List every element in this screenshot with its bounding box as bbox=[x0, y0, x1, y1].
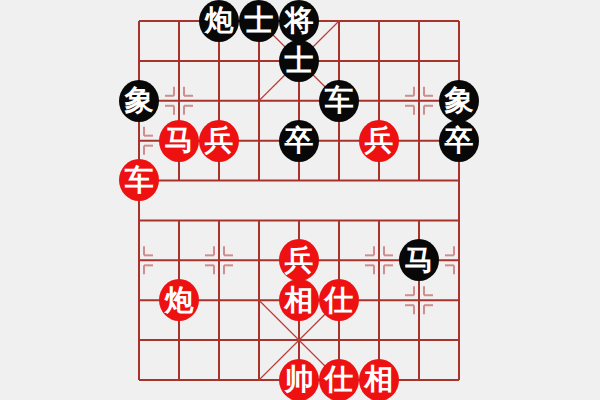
piece-red-pawn[interactable]: 兵 bbox=[359, 120, 399, 162]
piece-red-pawn[interactable]: 兵 bbox=[199, 120, 239, 162]
pieces-layer: 炮士将士象车象马兵卒兵卒车兵马炮相仕帅仕相 bbox=[119, 1, 479, 400]
board-point-4-9: 帅 bbox=[279, 360, 319, 400]
board-point-2-3: 兵 bbox=[199, 121, 239, 161]
piece-black-pawn[interactable]: 卒 bbox=[279, 120, 319, 162]
piece-black-chariot[interactable]: 车 bbox=[319, 80, 359, 122]
piece-red-general[interactable]: 帅 bbox=[279, 359, 319, 400]
piece-red-cannon[interactable]: 炮 bbox=[159, 279, 199, 321]
board-point-1-3: 马 bbox=[159, 121, 199, 161]
piece-black-pawn[interactable]: 卒 bbox=[439, 120, 479, 162]
piece-red-pawn[interactable]: 兵 bbox=[279, 239, 319, 281]
board-point-4-6: 兵 bbox=[279, 240, 319, 280]
piece-red-advisor[interactable]: 仕 bbox=[319, 279, 359, 321]
piece-red-elephant[interactable]: 相 bbox=[279, 279, 319, 321]
piece-red-elephant[interactable]: 相 bbox=[359, 359, 399, 400]
board-point-0-4: 车 bbox=[119, 161, 159, 201]
piece-red-chariot[interactable]: 车 bbox=[119, 159, 159, 201]
piece-black-cannon[interactable]: 炮 bbox=[199, 0, 239, 42]
board-point-2-0: 炮 bbox=[199, 1, 239, 41]
board-point-6-3: 兵 bbox=[359, 121, 399, 161]
piece-black-general[interactable]: 将 bbox=[279, 0, 319, 42]
board-point-8-3: 卒 bbox=[439, 121, 479, 161]
piece-black-advisor[interactable]: 士 bbox=[239, 0, 279, 42]
board-point-4-0: 将 bbox=[279, 1, 319, 41]
board-point-5-2: 车 bbox=[319, 81, 359, 121]
xiangqi-app-screen: 炮士将士象车象马兵卒兵卒车兵马炮相仕帅仕相 bbox=[0, 0, 600, 400]
board-point-3-0: 士 bbox=[239, 1, 279, 41]
board-point-1-7: 炮 bbox=[159, 280, 199, 320]
board-point-4-3: 卒 bbox=[279, 121, 319, 161]
piece-black-horse[interactable]: 马 bbox=[399, 239, 439, 281]
board-point-7-6: 马 bbox=[399, 240, 439, 280]
piece-black-elephant[interactable]: 象 bbox=[119, 80, 159, 122]
board-point-5-7: 仕 bbox=[319, 280, 359, 320]
piece-black-elephant[interactable]: 象 bbox=[439, 80, 479, 122]
piece-black-advisor[interactable]: 士 bbox=[279, 40, 319, 82]
board-point-6-9: 相 bbox=[359, 360, 399, 400]
board-point-4-1: 士 bbox=[279, 41, 319, 81]
board-point-8-2: 象 bbox=[439, 81, 479, 121]
board-point-0-2: 象 bbox=[119, 81, 159, 121]
board-point-5-9: 仕 bbox=[319, 360, 359, 400]
piece-red-horse[interactable]: 马 bbox=[159, 120, 199, 162]
board-point-4-7: 相 bbox=[279, 280, 319, 320]
piece-red-advisor[interactable]: 仕 bbox=[319, 359, 359, 400]
